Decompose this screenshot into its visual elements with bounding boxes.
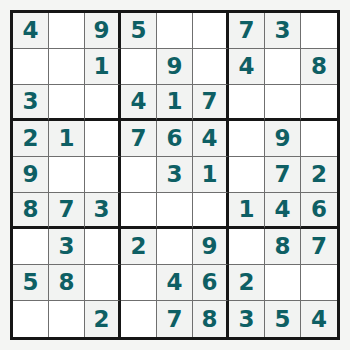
cell-r7c4[interactable]: 2: [121, 229, 157, 265]
cell-r5c8[interactable]: 7: [265, 157, 301, 193]
cell-r9c9[interactable]: 4: [301, 301, 337, 337]
given-digit: 2: [22, 127, 38, 150]
cell-r9c7[interactable]: 3: [229, 301, 265, 337]
given-digit: 4: [201, 127, 217, 150]
cell-r2c9[interactable]: 8: [301, 49, 337, 85]
given-digit: 1: [201, 163, 217, 186]
cell-r7c3[interactable]: [85, 229, 121, 265]
cell-r1c3[interactable]: 9: [85, 13, 121, 49]
cell-r7c2[interactable]: 3: [49, 229, 85, 265]
cell-r7c1[interactable]: [13, 229, 49, 265]
cell-r5c3[interactable]: [85, 157, 121, 193]
cell-r5c9[interactable]: 2: [301, 157, 337, 193]
given-digit: 7: [274, 163, 290, 186]
cell-r1c6[interactable]: [193, 13, 229, 49]
given-digit: 5: [274, 308, 290, 331]
given-digit: 4: [22, 19, 38, 42]
given-digit: 7: [166, 308, 182, 331]
cell-r8c3[interactable]: [85, 265, 121, 301]
given-digit: 8: [58, 271, 74, 294]
given-digit: 8: [311, 55, 327, 78]
cell-r5c5[interactable]: 3: [157, 157, 193, 193]
given-digit: 3: [166, 163, 182, 186]
cell-r3c1[interactable]: 3: [13, 85, 49, 121]
given-digit: 9: [274, 127, 290, 150]
given-digit: 5: [22, 271, 38, 294]
cell-r1c5[interactable]: [157, 13, 193, 49]
given-digit: 4: [166, 271, 182, 294]
given-digit: 7: [58, 198, 74, 221]
given-digit: 2: [93, 308, 109, 331]
page-root: 4957319483417217649931728731463298758462…: [0, 0, 350, 350]
given-digit: 9: [93, 19, 109, 42]
cell-r6c3[interactable]: 3: [85, 193, 121, 229]
cell-r3c9[interactable]: [301, 85, 337, 121]
cell-r7c9[interactable]: 7: [301, 229, 337, 265]
cell-r9c1[interactable]: [13, 301, 49, 337]
given-digit: 9: [166, 55, 182, 78]
cell-r8c9[interactable]: [301, 265, 337, 301]
given-digit: 2: [311, 163, 327, 186]
cell-r3c6[interactable]: 7: [193, 85, 229, 121]
cell-r6c6[interactable]: [193, 193, 229, 229]
cell-r3c2[interactable]: [49, 85, 85, 121]
cell-r1c4[interactable]: 5: [121, 13, 157, 49]
cell-r7c7[interactable]: [229, 229, 265, 265]
given-digit: 9: [22, 163, 38, 186]
cell-r8c1[interactable]: 5: [13, 265, 49, 301]
cell-r6c4[interactable]: [121, 193, 157, 229]
cell-r9c4[interactable]: [121, 301, 157, 337]
cell-r2c3[interactable]: 1: [85, 49, 121, 85]
cell-r8c2[interactable]: 8: [49, 265, 85, 301]
given-digit: 7: [311, 235, 327, 258]
cell-r7c8[interactable]: 8: [265, 229, 301, 265]
given-digit: 8: [274, 235, 290, 258]
cell-r2c5[interactable]: 9: [157, 49, 193, 85]
cell-r6c8[interactable]: 4: [265, 193, 301, 229]
given-digit: 9: [201, 235, 217, 258]
given-digit: 4: [238, 55, 254, 78]
given-digit: 7: [238, 19, 254, 42]
cell-r5c2[interactable]: [49, 157, 85, 193]
given-digit: 1: [93, 55, 109, 78]
given-digit: 2: [238, 271, 254, 294]
cell-r4c1[interactable]: 2: [13, 121, 49, 157]
given-digit: 3: [238, 308, 254, 331]
cell-r8c5[interactable]: 4: [157, 265, 193, 301]
cell-r5c7[interactable]: [229, 157, 265, 193]
cell-r6c7[interactable]: 1: [229, 193, 265, 229]
cell-r1c2[interactable]: [49, 13, 85, 49]
cell-r4c7[interactable]: [229, 121, 265, 157]
cell-r7c5[interactable]: [157, 229, 193, 265]
cell-r8c7[interactable]: 2: [229, 265, 265, 301]
cell-r6c9[interactable]: 6: [301, 193, 337, 229]
cell-r6c2[interactable]: 7: [49, 193, 85, 229]
given-digit: 3: [58, 235, 74, 258]
given-digit: 1: [166, 90, 182, 113]
given-digit: 3: [274, 19, 290, 42]
cell-r2c8[interactable]: [265, 49, 301, 85]
cell-r8c8[interactable]: [265, 265, 301, 301]
cell-r2c4[interactable]: [121, 49, 157, 85]
cell-r2c6[interactable]: [193, 49, 229, 85]
given-digit: 4: [130, 90, 146, 113]
cell-r5c4[interactable]: [121, 157, 157, 193]
cell-r4c5[interactable]: 6: [157, 121, 193, 157]
cell-r7c6[interactable]: 9: [193, 229, 229, 265]
cell-r6c5[interactable]: [157, 193, 193, 229]
cell-r9c8[interactable]: 5: [265, 301, 301, 337]
cell-r3c5[interactable]: 1: [157, 85, 193, 121]
given-digit: 6: [311, 198, 327, 221]
cell-r3c8[interactable]: [265, 85, 301, 121]
cell-r4c3[interactable]: [85, 121, 121, 157]
cell-r1c1[interactable]: 4: [13, 13, 49, 49]
cell-r2c7[interactable]: 4: [229, 49, 265, 85]
cell-r3c3[interactable]: [85, 85, 121, 121]
cell-r2c1[interactable]: [13, 49, 49, 85]
sudoku-board: 4957319483417217649931728731463298758462…: [10, 10, 340, 340]
given-digit: 6: [201, 271, 217, 294]
cell-r9c6[interactable]: 8: [193, 301, 229, 337]
given-digit: 3: [93, 198, 109, 221]
cell-r8c4[interactable]: [121, 265, 157, 301]
cell-r4c6[interactable]: 4: [193, 121, 229, 157]
given-digit: 7: [130, 127, 146, 150]
given-digit: 4: [274, 198, 290, 221]
cell-r2c2[interactable]: [49, 49, 85, 85]
cell-r3c7[interactable]: [229, 85, 265, 121]
cell-r9c3[interactable]: 2: [85, 301, 121, 337]
given-digit: 8: [201, 308, 217, 331]
cell-r1c7[interactable]: 7: [229, 13, 265, 49]
cell-r6c1[interactable]: 8: [13, 193, 49, 229]
given-digit: 6: [166, 127, 182, 150]
cell-r9c2[interactable]: [49, 301, 85, 337]
cell-r4c2[interactable]: 1: [49, 121, 85, 157]
cell-r4c9[interactable]: [301, 121, 337, 157]
given-digit: 5: [130, 19, 146, 42]
cell-r8c6[interactable]: 6: [193, 265, 229, 301]
cell-r4c4[interactable]: 7: [121, 121, 157, 157]
given-digit: 7: [201, 90, 217, 113]
given-digit: 4: [311, 308, 327, 331]
cell-r9c5[interactable]: 7: [157, 301, 193, 337]
cell-r1c9[interactable]: [301, 13, 337, 49]
given-digit: 8: [22, 198, 38, 221]
cell-r3c4[interactable]: 4: [121, 85, 157, 121]
cell-r5c6[interactable]: 1: [193, 157, 229, 193]
cell-r4c8[interactable]: 9: [265, 121, 301, 157]
cell-r5c1[interactable]: 9: [13, 157, 49, 193]
given-digit: 3: [22, 90, 38, 113]
given-digit: 1: [238, 198, 254, 221]
cell-r1c8[interactable]: 3: [265, 13, 301, 49]
given-digit: 2: [130, 235, 146, 258]
given-digit: 1: [58, 127, 74, 150]
